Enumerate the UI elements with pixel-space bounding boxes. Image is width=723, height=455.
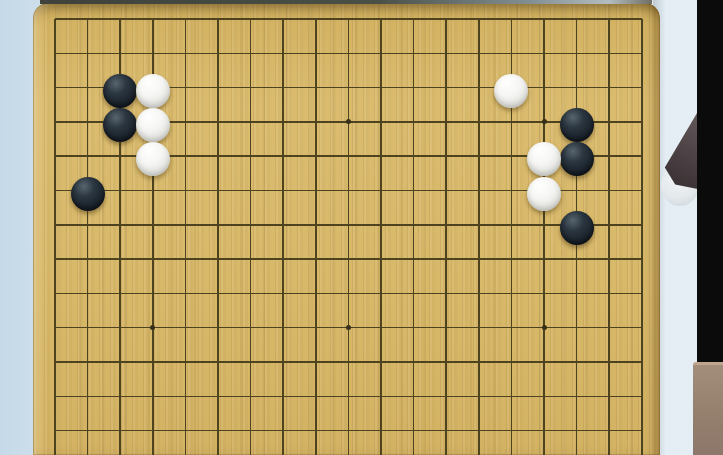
table-edge-band (40, 0, 652, 4)
table-corner-object (693, 362, 723, 455)
black-stone (103, 74, 137, 108)
black-stone (560, 211, 594, 245)
white-stone (527, 177, 561, 211)
stone-layer (33, 3, 660, 455)
white-stone (136, 108, 170, 142)
black-stone (71, 177, 105, 211)
white-stone (527, 142, 561, 176)
go-game-photo (0, 0, 723, 455)
black-stone (560, 142, 594, 176)
go-board[interactable] (33, 3, 660, 455)
white-stone (494, 74, 528, 108)
white-stone (136, 142, 170, 176)
black-stone (103, 108, 137, 142)
black-stone (560, 108, 594, 142)
white-stone (136, 74, 170, 108)
